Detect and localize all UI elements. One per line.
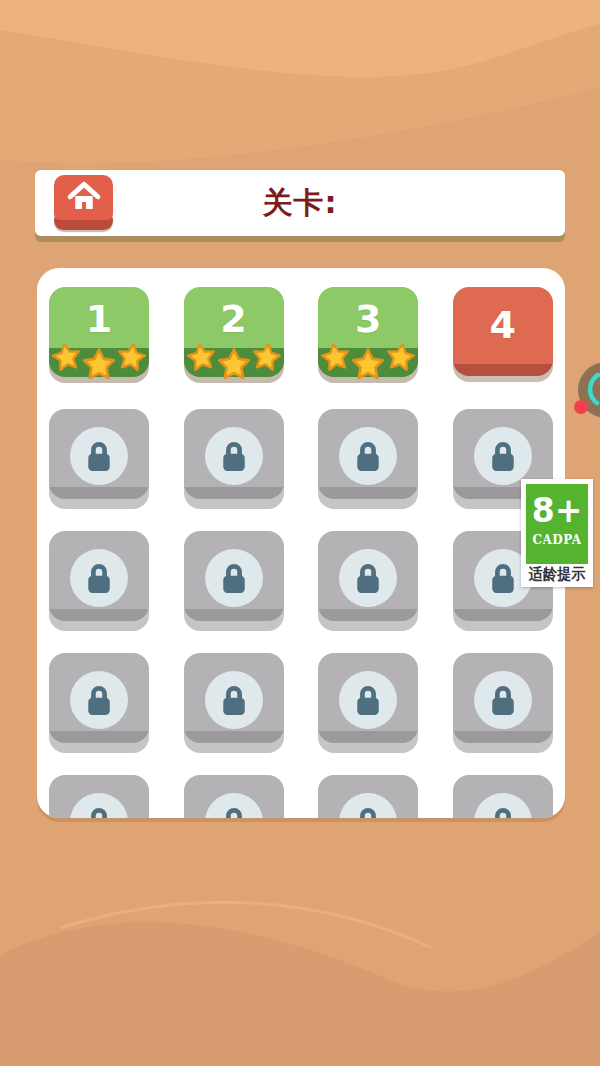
locked-level-button-20[interactable] <box>453 775 553 818</box>
locked-level-button-14[interactable] <box>184 653 284 753</box>
star-icon <box>382 339 420 377</box>
lock-icon <box>220 682 248 719</box>
home-icon <box>66 180 102 216</box>
page-title: 关卡: <box>35 170 565 236</box>
lock-icon <box>85 682 113 719</box>
locked-level-button-16[interactable] <box>453 653 553 753</box>
level-panel: 1234 <box>37 268 565 818</box>
locked-level-button-11[interactable] <box>318 531 418 631</box>
lock-circle <box>205 549 263 607</box>
level-grid: 1234 <box>37 268 565 818</box>
locked-level-button-13[interactable] <box>49 653 149 753</box>
level-number: 2 <box>184 297 284 341</box>
star-icon <box>80 346 118 384</box>
lock-icon <box>354 682 382 719</box>
level-button-3[interactable]: 3 <box>318 287 418 387</box>
lock-circle <box>339 427 397 485</box>
level-button-1[interactable]: 1 <box>49 287 149 387</box>
lock-circle <box>339 549 397 607</box>
star-icon <box>247 339 285 377</box>
age-badge-caption: 适龄提示 <box>523 564 591 585</box>
level-number: 4 <box>453 303 553 347</box>
cadpa-green-box: 8+ CADPA <box>526 484 588 564</box>
star-icon <box>113 339 151 377</box>
locked-level-button-19[interactable] <box>318 775 418 818</box>
three-stars <box>318 337 418 383</box>
three-stars <box>49 337 149 383</box>
three-stars <box>184 337 284 383</box>
lock-icon <box>489 682 517 719</box>
lock-circle <box>205 427 263 485</box>
lock-icon <box>489 560 517 597</box>
lock-icon <box>489 804 517 819</box>
locked-level-button-6[interactable] <box>184 409 284 509</box>
lock-circle <box>70 671 128 729</box>
lock-icon <box>220 438 248 475</box>
level-button-2[interactable]: 2 <box>184 287 284 387</box>
level-number: 1 <box>49 297 149 341</box>
lock-circle <box>70 549 128 607</box>
lock-circle <box>474 427 532 485</box>
level-button-4[interactable]: 4 <box>453 287 553 387</box>
lock-circle <box>205 671 263 729</box>
age-rating-badge[interactable]: 8+ CADPA 适龄提示 <box>521 479 593 587</box>
lock-icon <box>85 804 113 819</box>
lock-circle <box>70 427 128 485</box>
locked-level-button-7[interactable] <box>318 409 418 509</box>
lock-circle <box>339 671 397 729</box>
lock-icon <box>354 804 382 819</box>
lock-icon <box>85 560 113 597</box>
home-button[interactable] <box>54 175 113 230</box>
locked-level-button-15[interactable] <box>318 653 418 753</box>
lock-icon <box>489 438 517 475</box>
age-rating-text: 8+ <box>526 484 588 530</box>
level-number: 3 <box>318 297 418 341</box>
locked-level-button-9[interactable] <box>49 531 149 631</box>
notification-dot <box>574 400 588 414</box>
lock-icon <box>354 438 382 475</box>
game-screen: 关卡: 1234 8+ CADPA 适龄提示 <box>0 0 600 1066</box>
star-icon <box>215 346 253 384</box>
lock-icon <box>220 560 248 597</box>
lock-icon <box>220 804 248 819</box>
header-bar: 关卡: <box>35 170 565 236</box>
locked-level-button-17[interactable] <box>49 775 149 818</box>
locked-level-button-5[interactable] <box>49 409 149 509</box>
lock-icon <box>354 560 382 597</box>
cadpa-org-text: CADPA <box>526 533 588 547</box>
lock-circle <box>474 671 532 729</box>
locked-level-button-10[interactable] <box>184 531 284 631</box>
lock-icon <box>85 438 113 475</box>
locked-level-button-18[interactable] <box>184 775 284 818</box>
